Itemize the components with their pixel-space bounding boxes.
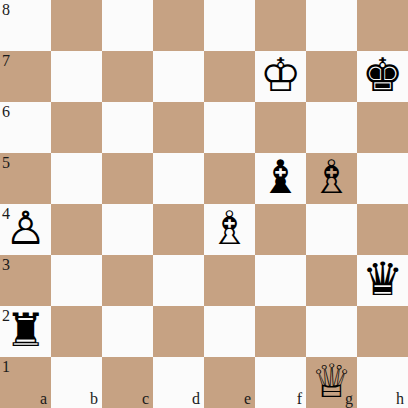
square-b7[interactable] <box>51 51 102 102</box>
white-queen[interactable]: ♕ <box>311 356 352 407</box>
square-g6[interactable] <box>306 102 357 153</box>
square-c3[interactable] <box>102 255 153 306</box>
rank-label: 3 <box>2 257 10 273</box>
square-g5[interactable]: ♗ <box>306 153 357 204</box>
square-h6[interactable] <box>357 102 408 153</box>
file-label: h <box>396 391 404 407</box>
square-g3[interactable] <box>306 255 357 306</box>
square-g1[interactable]: g♕ <box>306 357 357 408</box>
black-queen[interactable]: ♛ <box>362 254 403 305</box>
white-bishop[interactable]: ♗ <box>311 152 352 203</box>
square-d7[interactable] <box>153 51 204 102</box>
square-g7[interactable] <box>306 51 357 102</box>
square-h2[interactable] <box>357 306 408 357</box>
square-f1[interactable]: f <box>255 357 306 408</box>
square-f8[interactable] <box>255 0 306 51</box>
square-f2[interactable] <box>255 306 306 357</box>
square-e4[interactable]: ♗ <box>204 204 255 255</box>
square-a8[interactable]: 8 <box>0 0 51 51</box>
square-c6[interactable] <box>102 102 153 153</box>
file-label: b <box>90 391 98 407</box>
square-a2[interactable]: 2♜ <box>0 306 51 357</box>
square-b4[interactable] <box>51 204 102 255</box>
square-h3[interactable]: ♛ <box>357 255 408 306</box>
rank-label: 7 <box>2 53 10 69</box>
square-b8[interactable] <box>51 0 102 51</box>
square-c8[interactable] <box>102 0 153 51</box>
square-f4[interactable] <box>255 204 306 255</box>
black-king[interactable]: ♚ <box>362 50 403 101</box>
square-e2[interactable] <box>204 306 255 357</box>
file-label: c <box>142 391 149 407</box>
square-a1[interactable]: 1a <box>0 357 51 408</box>
square-e6[interactable] <box>204 102 255 153</box>
white-bishop[interactable]: ♗ <box>209 203 250 254</box>
square-b3[interactable] <box>51 255 102 306</box>
rank-label: 5 <box>2 155 10 171</box>
square-f3[interactable] <box>255 255 306 306</box>
square-e7[interactable] <box>204 51 255 102</box>
square-c1[interactable]: c <box>102 357 153 408</box>
square-e8[interactable] <box>204 0 255 51</box>
square-f7[interactable]: ♔ <box>255 51 306 102</box>
square-d1[interactable]: d <box>153 357 204 408</box>
white-pawn[interactable]: ♙ <box>5 203 46 254</box>
file-label: f <box>297 391 302 407</box>
square-h1[interactable]: h <box>357 357 408 408</box>
square-e5[interactable] <box>204 153 255 204</box>
square-d4[interactable] <box>153 204 204 255</box>
square-g2[interactable] <box>306 306 357 357</box>
square-h5[interactable] <box>357 153 408 204</box>
square-b2[interactable] <box>51 306 102 357</box>
square-b6[interactable] <box>51 102 102 153</box>
chess-board: 87♔♚65♝♗4♙♗3♛2♜1abcdefg♕h <box>0 0 408 408</box>
square-g8[interactable] <box>306 0 357 51</box>
square-f6[interactable] <box>255 102 306 153</box>
square-b1[interactable]: b <box>51 357 102 408</box>
square-d6[interactable] <box>153 102 204 153</box>
square-h4[interactable] <box>357 204 408 255</box>
file-label: d <box>192 391 200 407</box>
rank-label: 6 <box>2 104 10 120</box>
black-bishop[interactable]: ♝ <box>260 152 301 203</box>
square-a7[interactable]: 7 <box>0 51 51 102</box>
square-h8[interactable] <box>357 0 408 51</box>
square-c2[interactable] <box>102 306 153 357</box>
square-e3[interactable] <box>204 255 255 306</box>
square-f5[interactable]: ♝ <box>255 153 306 204</box>
file-label: a <box>40 391 47 407</box>
square-c5[interactable] <box>102 153 153 204</box>
square-a4[interactable]: 4♙ <box>0 204 51 255</box>
square-d3[interactable] <box>153 255 204 306</box>
square-e1[interactable]: e <box>204 357 255 408</box>
square-c4[interactable] <box>102 204 153 255</box>
square-h7[interactable]: ♚ <box>357 51 408 102</box>
rank-label: 8 <box>2 2 10 18</box>
black-rook[interactable]: ♜ <box>5 305 46 356</box>
square-a6[interactable]: 6 <box>0 102 51 153</box>
square-b5[interactable] <box>51 153 102 204</box>
square-d2[interactable] <box>153 306 204 357</box>
white-king[interactable]: ♔ <box>260 50 301 101</box>
square-d8[interactable] <box>153 0 204 51</box>
square-d5[interactable] <box>153 153 204 204</box>
rank-label: 1 <box>2 359 10 375</box>
square-a3[interactable]: 3 <box>0 255 51 306</box>
square-a5[interactable]: 5 <box>0 153 51 204</box>
square-g4[interactable] <box>306 204 357 255</box>
file-label: e <box>244 391 251 407</box>
square-c7[interactable] <box>102 51 153 102</box>
